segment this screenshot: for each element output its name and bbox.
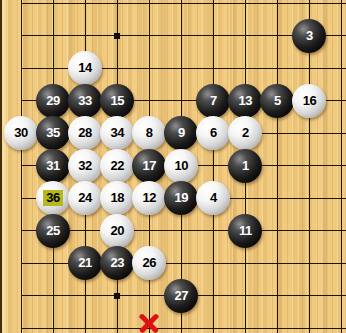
stone-27-black: 27 — [164, 279, 198, 313]
stone-10-white: 10 — [164, 149, 198, 183]
move-number: 14 — [68, 61, 102, 75]
stone-7-black: 7 — [196, 84, 230, 118]
grid-vline-col-7 — [213, 0, 214, 333]
move-number: 17 — [132, 159, 166, 173]
stone-25-black: 25 — [36, 214, 70, 248]
stone-32-white: 32 — [68, 149, 102, 183]
move-number: 11 — [228, 224, 262, 238]
move-number: 31 — [36, 159, 70, 173]
move-number: 4 — [196, 191, 230, 205]
grid-vline-col-1 — [21, 0, 22, 333]
move-number: 15 — [100, 94, 134, 108]
last-move-number: 36 — [36, 190, 70, 206]
move-number: 29 — [36, 94, 70, 108]
move-number: 28 — [68, 126, 102, 140]
move-number: 23 — [100, 256, 134, 270]
stone-1-black: 1 — [228, 149, 262, 183]
stone-20-white: 20 — [100, 214, 134, 248]
move-number: 13 — [228, 94, 262, 108]
stone-22-white: 22 — [100, 149, 134, 183]
stone-15-black: 15 — [100, 84, 134, 118]
move-number: 30 — [4, 126, 38, 140]
stone-29-black: 29 — [36, 84, 70, 118]
stone-3-black: 3 — [292, 19, 326, 53]
move-number: 18 — [100, 191, 134, 205]
stone-33-black: 33 — [68, 84, 102, 118]
move-number: 25 — [36, 224, 70, 238]
move-number: 5 — [260, 94, 294, 108]
grid-vline-col-9 — [277, 0, 278, 333]
stone-16-white: 16 — [292, 84, 326, 118]
move-number: 34 — [100, 126, 134, 140]
move-number: 32 — [68, 159, 102, 173]
board-left-edge-highlight — [2, 0, 6, 333]
move-number: 24 — [68, 191, 102, 205]
move-number: 6 — [196, 126, 230, 140]
move-number: 3 — [292, 29, 326, 43]
stone-31-black: 31 — [36, 149, 70, 183]
stone-30-white: 30 — [4, 116, 38, 150]
goban-board[interactable]: 3142933157135163035283489623132221710136… — [0, 0, 346, 333]
move-number: 16 — [292, 94, 326, 108]
stone-14-white: 14 — [68, 51, 102, 85]
move-number: 21 — [68, 256, 102, 270]
move-number: 8 — [132, 126, 166, 140]
grid-hline-row-13 — [21, 328, 346, 329]
grid-hline-row-3 — [21, 3, 346, 4]
move-number: 35 — [36, 126, 70, 140]
move-number: 22 — [100, 159, 134, 173]
move-number: 19 — [164, 191, 198, 205]
stone-11-black: 11 — [228, 214, 262, 248]
move-number: 33 — [68, 94, 102, 108]
red-x-marker — [138, 313, 160, 333]
stone-5-black: 5 — [260, 84, 294, 118]
move-number: 20 — [100, 224, 134, 238]
move-number: 26 — [132, 256, 166, 270]
move-number: 27 — [164, 289, 198, 303]
move-number: 12 — [132, 191, 166, 205]
move-number: 2 — [228, 126, 262, 140]
star-point-4-12 — [114, 293, 120, 299]
move-number: 10 — [164, 159, 198, 173]
grid-vline-col-11 — [341, 0, 342, 333]
stone-17-black: 17 — [132, 149, 166, 183]
move-number: 9 — [164, 126, 198, 140]
move-number: 7 — [196, 94, 230, 108]
stone-35-black: 35 — [36, 116, 70, 150]
star-point-4-4 — [114, 33, 120, 39]
stone-13-black: 13 — [228, 84, 262, 118]
move-number: 1 — [228, 159, 262, 173]
